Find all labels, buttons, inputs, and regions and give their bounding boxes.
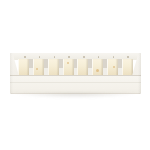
screw-hole-row <box>24 56 129 58</box>
wood-knot <box>113 66 115 68</box>
screw-hole-dot <box>113 56 115 58</box>
bed-front-rail <box>10 75 141 94</box>
screw-hole-dot <box>39 56 41 58</box>
bed-slat <box>33 59 44 76</box>
bed-slat <box>92 59 103 76</box>
wood-knot <box>36 68 38 70</box>
front-rail-seam <box>10 82 141 83</box>
screw-hole-dot <box>98 56 100 58</box>
bed-slat <box>107 59 118 76</box>
bed-frame <box>10 53 141 94</box>
product-photo <box>0 0 150 150</box>
screw-hole-dot <box>83 56 85 58</box>
floor-shadow <box>13 93 137 98</box>
screw-hole-dot <box>127 56 129 58</box>
bed-slat <box>18 59 29 76</box>
screw-hole-dot <box>24 56 26 58</box>
bed-slat <box>77 59 88 76</box>
slat-deck <box>18 59 133 76</box>
wood-knot <box>96 69 99 72</box>
bed-slat <box>48 59 59 76</box>
bed-slat <box>63 59 74 76</box>
screw-hole-dot <box>54 56 56 58</box>
wood-knot <box>67 62 69 64</box>
screw-hole-dot <box>68 56 70 58</box>
bed-slat <box>122 59 133 76</box>
